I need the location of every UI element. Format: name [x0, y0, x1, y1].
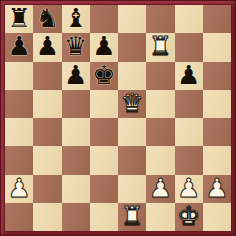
square-d7[interactable]: ♟ — [90, 33, 118, 61]
square-f4[interactable] — [146, 118, 174, 146]
square-g8[interactable] — [175, 5, 203, 33]
square-e8[interactable] — [118, 5, 146, 33]
square-a6[interactable] — [5, 62, 33, 90]
square-c1[interactable] — [62, 203, 90, 231]
square-h7[interactable] — [203, 33, 231, 61]
square-f1[interactable] — [146, 203, 174, 231]
square-d5[interactable] — [90, 90, 118, 118]
square-g7[interactable] — [175, 33, 203, 61]
square-g6[interactable]: ♟ — [175, 62, 203, 90]
piece-white-queen[interactable]: ♛ — [120, 90, 143, 117]
square-b6[interactable] — [33, 62, 61, 90]
square-f5[interactable] — [146, 90, 174, 118]
square-e5[interactable]: ♛ — [118, 90, 146, 118]
piece-white-rook[interactable]: ♜ — [149, 33, 172, 60]
piece-black-king[interactable]: ♚ — [92, 62, 115, 89]
square-b2[interactable] — [33, 175, 61, 203]
square-a1[interactable] — [5, 203, 33, 231]
square-c6[interactable]: ♟ — [62, 62, 90, 90]
square-c5[interactable] — [62, 90, 90, 118]
square-f6[interactable] — [146, 62, 174, 90]
piece-white-king[interactable]: ♚ — [177, 203, 200, 230]
square-c3[interactable] — [62, 146, 90, 174]
square-g2[interactable]: ♟ — [175, 175, 203, 203]
square-h8[interactable] — [203, 5, 231, 33]
square-b3[interactable] — [33, 146, 61, 174]
square-f3[interactable] — [146, 146, 174, 174]
chess-board: ♜♞♝♟♟♛♟♜♟♚♟♛♟♟♟♟♜♚ — [5, 5, 231, 231]
square-h4[interactable] — [203, 118, 231, 146]
square-e7[interactable] — [118, 33, 146, 61]
piece-black-pawn[interactable]: ♟ — [92, 33, 115, 60]
piece-black-pawn[interactable]: ♟ — [64, 62, 87, 89]
square-c8[interactable]: ♝ — [62, 5, 90, 33]
square-a3[interactable] — [5, 146, 33, 174]
square-b1[interactable] — [33, 203, 61, 231]
square-a7[interactable]: ♟ — [5, 33, 33, 61]
piece-white-pawn[interactable]: ♟ — [149, 175, 172, 202]
square-f8[interactable] — [146, 5, 174, 33]
square-g5[interactable] — [175, 90, 203, 118]
square-a4[interactable] — [5, 118, 33, 146]
square-b7[interactable]: ♟ — [33, 33, 61, 61]
piece-white-rook[interactable]: ♜ — [120, 203, 143, 230]
piece-white-pawn[interactable]: ♟ — [177, 175, 200, 202]
piece-black-pawn[interactable]: ♟ — [177, 62, 200, 89]
square-d1[interactable] — [90, 203, 118, 231]
piece-white-pawn[interactable]: ♟ — [7, 175, 30, 202]
square-e2[interactable] — [118, 175, 146, 203]
square-d8[interactable] — [90, 5, 118, 33]
square-h6[interactable] — [203, 62, 231, 90]
square-f2[interactable]: ♟ — [146, 175, 174, 203]
square-a8[interactable]: ♜ — [5, 5, 33, 33]
piece-black-queen[interactable]: ♛ — [64, 33, 87, 60]
square-h2[interactable]: ♟ — [203, 175, 231, 203]
square-h1[interactable] — [203, 203, 231, 231]
piece-black-knight[interactable]: ♞ — [36, 5, 59, 32]
square-b8[interactable]: ♞ — [33, 5, 61, 33]
square-e4[interactable] — [118, 118, 146, 146]
piece-black-bishop[interactable]: ♝ — [64, 5, 87, 32]
square-d3[interactable] — [90, 146, 118, 174]
square-h5[interactable] — [203, 90, 231, 118]
square-h3[interactable] — [203, 146, 231, 174]
square-a2[interactable]: ♟ — [5, 175, 33, 203]
square-g3[interactable] — [175, 146, 203, 174]
square-d2[interactable] — [90, 175, 118, 203]
square-b4[interactable] — [33, 118, 61, 146]
square-a5[interactable] — [5, 90, 33, 118]
square-g4[interactable] — [175, 118, 203, 146]
square-e6[interactable] — [118, 62, 146, 90]
square-c2[interactable] — [62, 175, 90, 203]
square-e3[interactable] — [118, 146, 146, 174]
square-e1[interactable]: ♜ — [118, 203, 146, 231]
square-d4[interactable] — [90, 118, 118, 146]
piece-black-pawn[interactable]: ♟ — [7, 33, 30, 60]
piece-black-rook[interactable]: ♜ — [7, 5, 30, 32]
square-b5[interactable] — [33, 90, 61, 118]
square-f7[interactable]: ♜ — [146, 33, 174, 61]
piece-white-pawn[interactable]: ♟ — [205, 175, 228, 202]
square-g1[interactable]: ♚ — [175, 203, 203, 231]
piece-black-pawn[interactable]: ♟ — [36, 33, 59, 60]
square-c4[interactable] — [62, 118, 90, 146]
board-frame: ♜♞♝♟♟♛♟♜♟♚♟♛♟♟♟♟♜♚ — [0, 0, 236, 236]
square-c7[interactable]: ♛ — [62, 33, 90, 61]
square-d6[interactable]: ♚ — [90, 62, 118, 90]
